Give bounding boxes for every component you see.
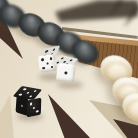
die-pip: [23, 88, 27, 90]
die-pip: [42, 66, 45, 69]
die-pip: [28, 95, 32, 97]
white-die-right-front-face: [56, 63, 76, 83]
far-point-triangle: [119, 2, 138, 30]
checker-dark-3[interactable]: [15, 9, 50, 41]
backgammon-photo-scene: [0, 0, 138, 138]
checker-pearl-1[interactable]: [95, 49, 137, 88]
die-pip: [21, 104, 23, 107]
die-pip: [41, 58, 44, 61]
checker-dark-2[interactable]: [0, 0, 29, 32]
die-pip: [45, 50, 48, 53]
die-pip: [52, 48, 55, 51]
die-pip: [60, 57, 64, 59]
die-pip: [46, 62, 49, 65]
far-point-triangle: [104, 0, 126, 22]
die-pip: [30, 103, 32, 106]
checker-dark-1[interactable]: [0, 0, 13, 21]
die-pip: [36, 110, 38, 113]
die-pip: [33, 106, 35, 109]
checker-pearl-2[interactable]: [107, 71, 138, 110]
die-pip: [26, 92, 30, 94]
die-pip: [64, 71, 68, 75]
checker-pearl-3[interactable]: [117, 87, 138, 126]
die-pip: [69, 59, 73, 61]
black-die[interactable]: [14, 85, 44, 121]
die-pip: [33, 90, 37, 92]
die-pip: [62, 60, 66, 62]
white-die-right[interactable]: [53, 53, 81, 85]
black-die-right-face: [27, 98, 42, 117]
